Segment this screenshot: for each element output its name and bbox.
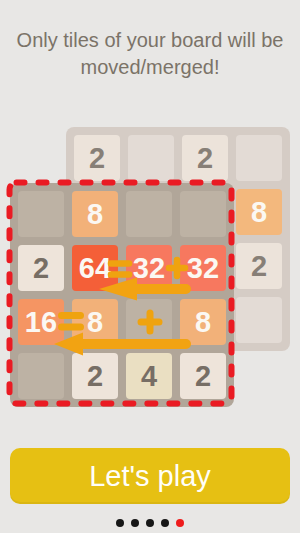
tile-32: 32 <box>126 245 172 291</box>
page-dot-1[interactable] <box>116 519 124 527</box>
lets-play-button[interactable]: Let's play <box>10 448 290 504</box>
empty-cell <box>18 191 64 237</box>
tile-8: 8 <box>72 191 118 237</box>
tutorial-screen: { "game": "2048 (multiplayer tutorial sc… <box>0 0 300 533</box>
page-dot-3[interactable] <box>146 519 154 527</box>
tile-8: 8 <box>72 299 118 345</box>
empty-cell <box>126 299 172 345</box>
tile-2: 2 <box>180 353 226 399</box>
tile-2: 2 <box>74 135 120 181</box>
tile-16: 16 <box>18 299 64 345</box>
empty-cell <box>18 353 64 399</box>
instruction-line-1: Only tiles of your board will be <box>0 27 300 54</box>
page-dot-2[interactable] <box>131 519 139 527</box>
pagination-dots <box>0 519 300 527</box>
tile-2: 2 <box>182 135 228 181</box>
tile-8: 8 <box>180 299 226 345</box>
tile-2: 2 <box>236 243 282 289</box>
empty-cell <box>126 191 172 237</box>
tile-64: 64 <box>72 245 118 291</box>
tile-2: 2 <box>72 353 118 399</box>
tile-32: 32 <box>180 245 226 291</box>
tile-8: 8 <box>236 189 282 235</box>
empty-cell <box>236 297 282 343</box>
empty-cell <box>128 135 174 181</box>
empty-cell <box>236 135 282 181</box>
tile-4: 4 <box>126 353 172 399</box>
empty-cell <box>180 191 226 237</box>
player-board: 8 2 64 32 32 16 8 8 2 4 2 <box>10 183 234 407</box>
instruction-line-2: moved/merged! <box>0 54 300 81</box>
instruction-text: Only tiles of your board will be moved/m… <box>0 27 300 81</box>
page-dot-5-active[interactable] <box>176 519 184 527</box>
page-dot-4[interactable] <box>161 519 169 527</box>
tile-2: 2 <box>18 245 64 291</box>
